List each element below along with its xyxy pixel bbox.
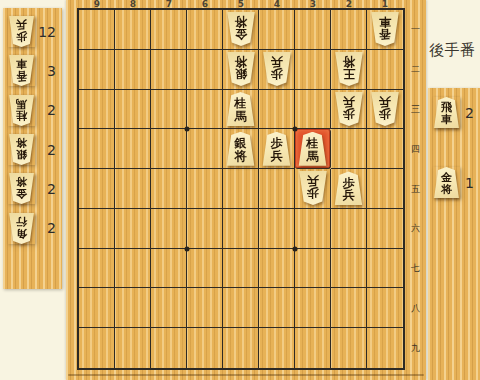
piece-body: 歩兵 (262, 52, 292, 86)
board-cell-3-3[interactable] (295, 90, 331, 130)
board-cell-1-2[interactable] (367, 50, 403, 90)
board-cell-9-7[interactable] (79, 249, 115, 289)
piece-kanji: 飛車 (441, 102, 452, 125)
shogi-piece-gote[interactable]: 金将 (226, 12, 256, 46)
shogi-piece-gote[interactable]: 銀将 (8, 134, 35, 165)
piece-body: 金将 (226, 12, 256, 46)
board-cell-9-8[interactable] (79, 288, 115, 328)
board-cell-4-5[interactable] (259, 169, 295, 209)
piece-kanji: 歩兵 (379, 95, 391, 120)
board-cell-8-6[interactable] (115, 209, 151, 249)
shogi-piece-sente[interactable]: 歩兵 (334, 171, 364, 205)
hand-item-gote: 香車3 (3, 51, 62, 90)
board-cell-9-5[interactable] (79, 169, 115, 209)
hand-count: 2 (47, 181, 56, 197)
board-cell-3-1[interactable] (295, 10, 331, 50)
piece-kanji: 香車 (379, 16, 391, 41)
shogi-piece-gote[interactable]: 銀将 (226, 52, 256, 86)
shogi-piece-gote[interactable]: 歩兵 (334, 92, 364, 126)
shogi-piece-gote[interactable]: 香車 (370, 12, 400, 46)
piece-kanji: 歩兵 (343, 95, 355, 120)
board-cell-3-2[interactable] (295, 50, 331, 90)
board-cell-3-5[interactable]: 歩兵 (295, 169, 331, 209)
hand-item-sente: 金将1 (428, 165, 480, 200)
board-cell-7-8[interactable] (151, 288, 187, 328)
shogi-piece-gote[interactable]: 角行 (8, 213, 35, 244)
piece-body: 銀将 (226, 132, 256, 166)
shogi-piece-gote[interactable]: 歩兵 (298, 171, 328, 205)
board-cell-4-6[interactable] (259, 209, 295, 249)
hand-count: 12 (38, 24, 56, 40)
board-cell-2-5[interactable]: 歩兵 (331, 169, 367, 209)
piece-body: 歩兵 (8, 16, 35, 47)
piece-body: 歩兵 (334, 92, 364, 126)
board-cell-6-6[interactable] (187, 209, 223, 249)
piece-kanji: 金将 (441, 172, 452, 195)
piece-body: 銀将 (226, 52, 256, 86)
board-cell-8-1[interactable] (115, 10, 151, 50)
shogi-piece-sente[interactable]: 飛車 (433, 97, 460, 128)
board-cell-9-9[interactable] (79, 328, 115, 368)
piece-body: 桂馬 (226, 92, 256, 126)
board-cell-5-2[interactable]: 銀将 (223, 50, 259, 90)
board-cell-1-8[interactable] (367, 288, 403, 328)
board-cell-8-5[interactable] (115, 169, 151, 209)
board-cell-1-6[interactable] (367, 209, 403, 249)
board-cell-6-8[interactable] (187, 288, 223, 328)
piece-kanji: 歩兵 (271, 56, 283, 81)
rank-label: 二 (407, 50, 424, 90)
rank-label: 三 (407, 90, 424, 130)
board-cell-8-4[interactable] (115, 129, 151, 169)
board-cell-5-1[interactable]: 金将 (223, 10, 259, 50)
piece-kanji: 銀将 (235, 56, 247, 81)
shogi-piece-sente[interactable]: 金将 (433, 167, 460, 198)
piece-kanji: 銀将 (16, 137, 27, 160)
rank-label: 七 (407, 249, 424, 289)
board-cell-1-4[interactable] (367, 129, 403, 169)
board-cell-1-9[interactable] (367, 328, 403, 368)
board-cell-6-4[interactable] (187, 129, 223, 169)
piece-kanji: 歩兵 (271, 137, 283, 162)
board-cell-9-2[interactable] (79, 50, 115, 90)
piece-body: 金将 (433, 167, 460, 198)
board-cell-8-8[interactable] (115, 288, 151, 328)
piece-kanji: 桂馬 (307, 137, 319, 162)
board-cell-4-1[interactable] (259, 10, 295, 50)
hand-count: 2 (47, 142, 56, 158)
gote-hand-tray: 歩兵12香車3桂馬2銀将2金将2角行2 (3, 8, 62, 289)
shogi-piece-gote[interactable]: 桂馬 (8, 95, 35, 126)
hand-item-gote: 金将2 (3, 169, 62, 208)
board-cell-5-9[interactable] (223, 328, 259, 368)
board-cell-2-3[interactable]: 歩兵 (331, 90, 367, 130)
shogi-piece-gote[interactable]: 王将 (334, 52, 364, 86)
rank-labels: 一二三四五六七八九 (407, 10, 424, 368)
board-cell-1-7[interactable] (367, 249, 403, 289)
piece-kanji: 桂馬 (235, 97, 247, 122)
board-cell-5-5[interactable] (223, 169, 259, 209)
board-cell-5-4[interactable]: 銀将 (223, 129, 259, 169)
board-cell-2-4[interactable] (331, 129, 367, 169)
board-cell-7-3[interactable] (151, 90, 187, 130)
shogi-piece-gote[interactable]: 歩兵 (370, 92, 400, 126)
shogi-piece-sente[interactable]: 桂馬 (298, 132, 328, 166)
piece-body: 歩兵 (298, 171, 328, 205)
piece-body: 金将 (8, 173, 35, 204)
hand-count: 3 (47, 63, 56, 79)
board-cell-7-2[interactable] (151, 50, 187, 90)
piece-kanji: 王将 (343, 56, 355, 81)
board-cell-3-7[interactable] (295, 249, 331, 289)
shogi-piece-sente[interactable]: 歩兵 (262, 132, 292, 166)
hand-count: 2 (47, 102, 56, 118)
rank-label: 四 (407, 129, 424, 169)
rank-label: 八 (407, 288, 424, 328)
shogi-piece-gote[interactable]: 金将 (8, 173, 35, 204)
hand-count: 1 (465, 175, 474, 191)
board-cell-4-3[interactable] (259, 90, 295, 130)
piece-body: 香車 (8, 55, 35, 86)
piece-body: 香車 (370, 12, 400, 46)
board-cell-6-5[interactable] (187, 169, 223, 209)
board-cell-4-7[interactable] (259, 249, 295, 289)
board-frame: 金将香車銀将歩兵王将桂馬歩兵歩兵銀将歩兵桂馬歩兵歩兵 (77, 8, 405, 370)
board-cell-1-1[interactable]: 香車 (367, 10, 403, 50)
board-cell-2-2[interactable]: 王将 (331, 50, 367, 90)
star-point (293, 127, 298, 132)
shogi-piece-gote[interactable]: 歩兵 (262, 52, 292, 86)
board-cell-4-4[interactable]: 歩兵 (259, 129, 295, 169)
piece-kanji: 香車 (16, 58, 27, 81)
piece-body: 歩兵 (262, 132, 292, 166)
piece-body: 銀将 (8, 134, 35, 165)
board-cell-6-3[interactable] (187, 90, 223, 130)
board-cell-5-8[interactable] (223, 288, 259, 328)
piece-kanji: 角行 (16, 216, 27, 239)
piece-kanji: 銀将 (235, 137, 247, 162)
board-cell-8-3[interactable] (115, 90, 151, 130)
board-cell-2-9[interactable] (331, 328, 367, 368)
board-cell-6-9[interactable] (187, 328, 223, 368)
board-cell-6-2[interactable] (187, 50, 223, 90)
hand-item-sente: 飛車2 (428, 95, 480, 130)
board-cell-3-6[interactable] (295, 209, 331, 249)
board-cell-6-7[interactable] (187, 249, 223, 289)
shogi-app: 歩兵12香車3桂馬2銀将2金将2角行2 987654321 一二三四五六七八九 … (0, 0, 480, 380)
board-cell-7-6[interactable] (151, 209, 187, 249)
piece-kanji: 金将 (235, 16, 247, 41)
piece-kanji: 桂馬 (16, 98, 27, 121)
hand-count: 2 (465, 105, 474, 121)
turn-indicator: 後手番 (429, 41, 476, 60)
board-cell-7-5[interactable] (151, 169, 187, 209)
board-cell-8-9[interactable] (115, 328, 151, 368)
board-cell-7-9[interactable] (151, 328, 187, 368)
shogi-piece-gote[interactable]: 歩兵 (8, 16, 35, 47)
rank-label: 五 (407, 169, 424, 209)
hand-item-gote: 歩兵12 (3, 12, 62, 51)
board-cell-4-2[interactable]: 歩兵 (259, 50, 295, 90)
board-cell-9-3[interactable] (79, 90, 115, 130)
rank-label: 一 (407, 10, 424, 50)
board-cell-2-1[interactable] (331, 10, 367, 50)
hand-item-gote: 角行2 (3, 208, 62, 247)
board-cell-5-7[interactable] (223, 249, 259, 289)
piece-kanji: 歩兵 (307, 175, 319, 200)
board-cell-5-3[interactable]: 桂馬 (223, 90, 259, 130)
hand-item-gote: 桂馬2 (3, 91, 62, 130)
board-cell-2-7[interactable] (331, 249, 367, 289)
hand-item-gote: 銀将2 (3, 130, 62, 169)
piece-body: 桂馬 (298, 132, 328, 166)
piece-body: 歩兵 (370, 92, 400, 126)
shogi-piece-gote[interactable]: 香車 (8, 55, 35, 86)
piece-body: 王将 (334, 52, 364, 86)
board-cell-9-1[interactable] (79, 10, 115, 50)
board-cell-3-8[interactable] (295, 288, 331, 328)
board-cell-1-5[interactable] (367, 169, 403, 209)
hand-count: 2 (47, 220, 56, 236)
piece-body: 桂馬 (8, 95, 35, 126)
board-cell-5-6[interactable] (223, 209, 259, 249)
star-point (185, 246, 190, 251)
board-cell-6-1[interactable] (187, 10, 223, 50)
board-cell-7-7[interactable] (151, 249, 187, 289)
shogi-board: 金将香車銀将歩兵王将桂馬歩兵歩兵銀将歩兵桂馬歩兵歩兵 (79, 10, 403, 368)
piece-body: 歩兵 (334, 171, 364, 205)
board-cell-1-3[interactable]: 歩兵 (367, 90, 403, 130)
board-cell-2-8[interactable] (331, 288, 367, 328)
star-point (185, 127, 190, 132)
rank-label: 九 (407, 328, 424, 368)
board-cell-7-1[interactable] (151, 10, 187, 50)
board-panel: 987654321 一二三四五六七八九 金将香車銀将歩兵王将桂馬歩兵歩兵銀将歩兵… (66, 0, 426, 380)
star-point (293, 246, 298, 251)
piece-body: 角行 (8, 213, 35, 244)
piece-kanji: 歩兵 (343, 177, 355, 202)
piece-kanji: 歩兵 (16, 19, 27, 42)
board-cell-3-9[interactable] (295, 328, 331, 368)
board-cell-2-6[interactable] (331, 209, 367, 249)
board-cell-8-7[interactable] (115, 249, 151, 289)
shogi-piece-sente[interactable]: 銀将 (226, 132, 256, 166)
board-cell-3-4[interactable]: 桂馬 (295, 129, 331, 169)
board-cell-4-9[interactable] (259, 328, 295, 368)
board-cell-8-2[interactable] (115, 50, 151, 90)
piece-kanji: 金将 (16, 176, 27, 199)
board-cell-9-6[interactable] (79, 209, 115, 249)
board-cell-7-4[interactable] (151, 129, 187, 169)
board-cell-4-8[interactable] (259, 288, 295, 328)
shogi-piece-sente[interactable]: 桂馬 (226, 92, 256, 126)
sente-hand-tray: 飛車2金将1 (428, 88, 480, 380)
rank-label: 六 (407, 209, 424, 249)
piece-body: 飛車 (433, 97, 460, 128)
board-cell-9-4[interactable] (79, 129, 115, 169)
